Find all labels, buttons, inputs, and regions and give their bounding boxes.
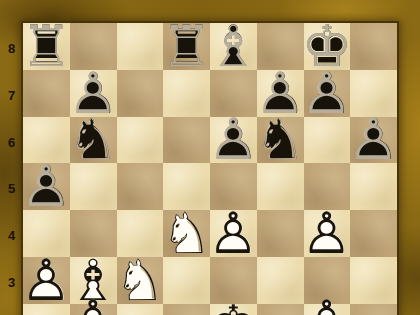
square-h8[interactable] xyxy=(350,23,397,70)
square-f6[interactable]: ♞♘ xyxy=(257,117,304,164)
square-f3[interactable] xyxy=(257,257,304,304)
square-d6[interactable] xyxy=(163,117,210,164)
piece-black-pawn[interactable]: ♟♙ xyxy=(23,163,70,210)
square-f4[interactable] xyxy=(257,210,304,257)
rank-label: 7 xyxy=(0,73,23,120)
piece-black-bishop[interactable]: ♝♗ xyxy=(210,23,257,70)
square-c5[interactable] xyxy=(117,163,164,210)
square-g6[interactable] xyxy=(304,117,351,164)
square-f2[interactable] xyxy=(257,304,304,315)
square-f5[interactable] xyxy=(257,163,304,210)
square-a5[interactable]: ♟♙ xyxy=(23,163,70,210)
piece-black-pawn[interactable]: ♟♙ xyxy=(304,70,351,117)
square-c2[interactable] xyxy=(117,304,164,315)
square-d8[interactable]: ♜♖ xyxy=(163,23,210,70)
square-e6[interactable]: ♟♙ xyxy=(210,117,257,164)
square-b2[interactable]: ♟♙ xyxy=(70,304,117,315)
square-e2[interactable]: ♚♔ xyxy=(210,304,257,315)
piece-black-rook[interactable]: ♜♖ xyxy=(163,23,210,70)
square-h2[interactable] xyxy=(350,304,397,315)
piece-white-knight[interactable]: ♞♘ xyxy=(163,210,210,257)
square-h6[interactable]: ♟♙ xyxy=(350,117,397,164)
square-d4[interactable]: ♞♘ xyxy=(163,210,210,257)
piece-black-pawn[interactable]: ♟♙ xyxy=(210,117,257,164)
piece-white-pawn[interactable]: ♟♙ xyxy=(70,299,117,315)
square-h5[interactable] xyxy=(350,163,397,210)
board-frame: ♜♖♜♖♝♗♚♔♟♙♟♙♟♙♞♘♟♙♞♘♟♙♟♙♞♘♟♙♟♙♟♙♝♗♞♘♟♙♚♔… xyxy=(0,0,420,315)
rank-label: 3 xyxy=(0,260,23,307)
rank-label: 5 xyxy=(0,166,23,213)
square-g2[interactable]: ♟♙ xyxy=(304,304,351,315)
square-c7[interactable] xyxy=(117,70,164,117)
rank-label: 4 xyxy=(0,213,23,260)
square-c6[interactable] xyxy=(117,117,164,164)
square-b6[interactable]: ♞♘ xyxy=(70,117,117,164)
square-d3[interactable] xyxy=(163,257,210,304)
square-d7[interactable] xyxy=(163,70,210,117)
square-b5[interactable] xyxy=(70,163,117,210)
square-h4[interactable] xyxy=(350,210,397,257)
square-a8[interactable]: ♜♖ xyxy=(23,23,70,70)
square-c8[interactable] xyxy=(117,23,164,70)
piece-white-pawn[interactable]: ♟♙ xyxy=(304,210,351,257)
piece-white-pawn[interactable]: ♟♙ xyxy=(304,299,351,315)
rank-label: 6 xyxy=(0,120,23,167)
piece-white-king[interactable]: ♚♔ xyxy=(210,304,257,315)
square-c3[interactable]: ♞♘ xyxy=(117,257,164,304)
piece-black-knight[interactable]: ♞♘ xyxy=(257,117,304,164)
square-a2[interactable] xyxy=(23,304,70,315)
rank-label: 8 xyxy=(0,26,23,73)
square-h3[interactable] xyxy=(350,257,397,304)
square-d2[interactable] xyxy=(163,304,210,315)
square-a3[interactable]: ♟♙ xyxy=(23,257,70,304)
chess-board: ♜♖♜♖♝♗♚♔♟♙♟♙♟♙♞♘♟♙♞♘♟♙♟♙♞♘♟♙♟♙♟♙♝♗♞♘♟♙♚♔… xyxy=(23,23,397,315)
square-e8[interactable]: ♝♗ xyxy=(210,23,257,70)
piece-white-pawn[interactable]: ♟♙ xyxy=(210,210,257,257)
piece-black-pawn[interactable]: ♟♙ xyxy=(350,117,397,164)
square-a7[interactable] xyxy=(23,70,70,117)
piece-white-knight[interactable]: ♞♘ xyxy=(117,257,164,304)
square-e4[interactable]: ♟♙ xyxy=(210,210,257,257)
square-g7[interactable]: ♟♙ xyxy=(304,70,351,117)
piece-black-rook[interactable]: ♜♖ xyxy=(23,23,70,70)
piece-white-pawn[interactable]: ♟♙ xyxy=(23,257,70,304)
square-g4[interactable]: ♟♙ xyxy=(304,210,351,257)
piece-black-knight[interactable]: ♞♘ xyxy=(70,117,117,164)
